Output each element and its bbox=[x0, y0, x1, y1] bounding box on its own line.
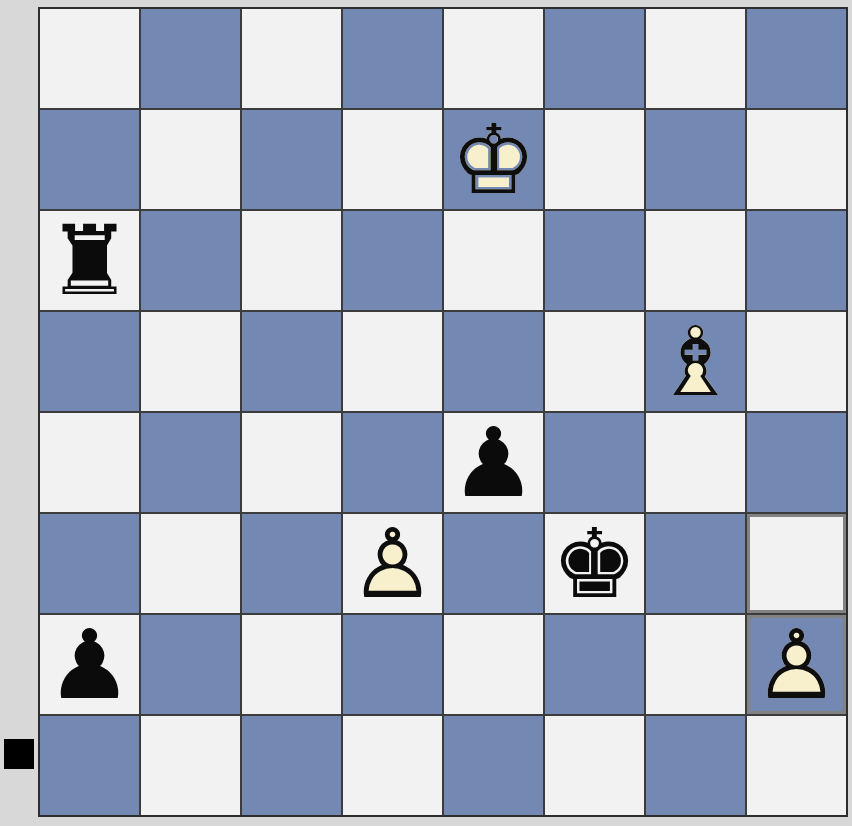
square-e6[interactable]: ♟♙ bbox=[343, 514, 442, 613]
square-a6[interactable] bbox=[747, 514, 846, 613]
square-b1[interactable] bbox=[646, 9, 745, 108]
white-pawn-outline: ♙ bbox=[343, 514, 442, 613]
square-h4[interactable] bbox=[40, 312, 139, 411]
black-pawn-glyph: ♟ bbox=[444, 413, 543, 512]
square-g2[interactable] bbox=[141, 110, 240, 209]
square-a8[interactable] bbox=[747, 716, 846, 815]
square-c2[interactable] bbox=[545, 110, 644, 209]
square-f2[interactable] bbox=[242, 110, 341, 209]
square-b7[interactable] bbox=[646, 615, 745, 714]
square-b8[interactable] bbox=[646, 716, 745, 815]
square-b5[interactable] bbox=[646, 413, 745, 512]
square-h5[interactable] bbox=[40, 413, 139, 512]
square-d2[interactable]: ♚♔ bbox=[444, 110, 543, 209]
square-h7[interactable]: ♟ bbox=[40, 615, 139, 714]
square-a5[interactable] bbox=[747, 413, 846, 512]
square-d5[interactable]: ♟ bbox=[444, 413, 543, 512]
square-h6[interactable] bbox=[40, 514, 139, 613]
square-d3[interactable] bbox=[444, 211, 543, 310]
square-f8[interactable] bbox=[242, 716, 341, 815]
square-e7[interactable] bbox=[343, 615, 442, 714]
black-pawn-glyph: ♟ bbox=[40, 615, 139, 714]
square-d8[interactable] bbox=[444, 716, 543, 815]
square-h1[interactable] bbox=[40, 9, 139, 108]
white-pawn[interactable]: ♟♙ bbox=[747, 615, 846, 714]
square-b6[interactable] bbox=[646, 514, 745, 613]
black-king-glyph: ♚ bbox=[545, 514, 644, 613]
black-pawn[interactable]: ♟ bbox=[40, 615, 139, 714]
square-d1[interactable] bbox=[444, 9, 543, 108]
square-e1[interactable] bbox=[343, 9, 442, 108]
square-e3[interactable] bbox=[343, 211, 442, 310]
square-c7[interactable] bbox=[545, 615, 644, 714]
square-f1[interactable] bbox=[242, 9, 341, 108]
square-c5[interactable] bbox=[545, 413, 644, 512]
square-f5[interactable] bbox=[242, 413, 341, 512]
square-f4[interactable] bbox=[242, 312, 341, 411]
square-d4[interactable] bbox=[444, 312, 543, 411]
square-e4[interactable] bbox=[343, 312, 442, 411]
square-c4[interactable] bbox=[545, 312, 644, 411]
square-d6[interactable] bbox=[444, 514, 543, 613]
square-a4[interactable] bbox=[747, 312, 846, 411]
white-king[interactable]: ♚♔ bbox=[444, 110, 543, 209]
square-g1[interactable] bbox=[141, 9, 240, 108]
square-g8[interactable] bbox=[141, 716, 240, 815]
chess-board: ♚♔♜♝♗♟♟♙♚♟♟♙ bbox=[38, 7, 848, 817]
white-bishop-outline: ♗ bbox=[646, 312, 745, 411]
square-c1[interactable] bbox=[545, 9, 644, 108]
square-a2[interactable] bbox=[747, 110, 846, 209]
square-f6[interactable] bbox=[242, 514, 341, 613]
square-h8[interactable] bbox=[40, 716, 139, 815]
square-c8[interactable] bbox=[545, 716, 644, 815]
white-pawn[interactable]: ♟♙ bbox=[343, 514, 442, 613]
square-g5[interactable] bbox=[141, 413, 240, 512]
square-h2[interactable] bbox=[40, 110, 139, 209]
square-a1[interactable] bbox=[747, 9, 846, 108]
white-king-outline: ♔ bbox=[444, 110, 543, 209]
square-f3[interactable] bbox=[242, 211, 341, 310]
square-e8[interactable] bbox=[343, 716, 442, 815]
black-rook-glyph: ♜ bbox=[40, 211, 139, 310]
square-e5[interactable] bbox=[343, 413, 442, 512]
black-king[interactable]: ♚ bbox=[545, 514, 644, 613]
square-g7[interactable] bbox=[141, 615, 240, 714]
black-pawn[interactable]: ♟ bbox=[444, 413, 543, 512]
square-c3[interactable] bbox=[545, 211, 644, 310]
square-f7[interactable] bbox=[242, 615, 341, 714]
square-a3[interactable] bbox=[747, 211, 846, 310]
square-e2[interactable] bbox=[343, 110, 442, 209]
square-h3[interactable]: ♜ bbox=[40, 211, 139, 310]
square-b3[interactable] bbox=[646, 211, 745, 310]
square-g4[interactable] bbox=[141, 312, 240, 411]
white-pawn-outline: ♙ bbox=[747, 615, 846, 714]
square-g6[interactable] bbox=[141, 514, 240, 613]
black-to-move-indicator bbox=[4, 739, 34, 769]
square-g3[interactable] bbox=[141, 211, 240, 310]
square-b2[interactable] bbox=[646, 110, 745, 209]
square-d7[interactable] bbox=[444, 615, 543, 714]
square-c6[interactable]: ♚ bbox=[545, 514, 644, 613]
square-a7[interactable]: ♟♙ bbox=[747, 615, 846, 714]
square-b4[interactable]: ♝♗ bbox=[646, 312, 745, 411]
black-rook[interactable]: ♜ bbox=[40, 211, 139, 310]
white-bishop[interactable]: ♝♗ bbox=[646, 312, 745, 411]
